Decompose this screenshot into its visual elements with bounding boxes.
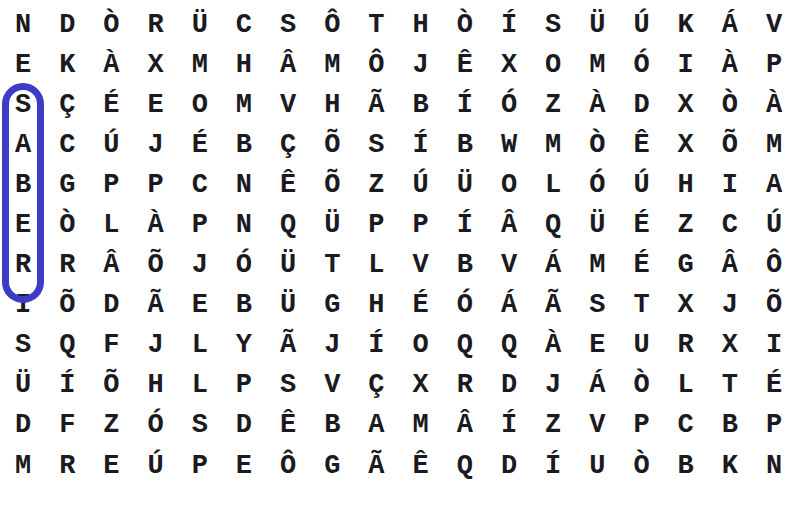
grid-cell[interactable]: V xyxy=(487,246,531,286)
grid-cell[interactable]: É xyxy=(619,246,663,286)
grid-cell[interactable]: Ò xyxy=(89,5,133,45)
grid-cell[interactable]: H xyxy=(664,165,708,205)
grid-cell[interactable]: R xyxy=(1,246,45,286)
grid-cell[interactable]: C xyxy=(178,165,222,205)
grid-cell[interactable]: E xyxy=(178,286,222,326)
grid-cell[interactable]: Ó xyxy=(487,85,531,125)
grid-cell[interactable]: Ú xyxy=(399,165,443,205)
grid-cell[interactable]: H xyxy=(134,366,178,406)
grid-cell[interactable]: E xyxy=(575,326,619,366)
grid-cell[interactable]: É xyxy=(89,85,133,125)
grid-cell[interactable]: Õ xyxy=(89,366,133,406)
word-search-board: NDÒRÜCSÔTHÒÍSÜÚKÁVEKÀXMHÂMÔJÊXOMÓIÀPSÇÉE… xyxy=(0,0,800,511)
grid-cell[interactable]: Á xyxy=(575,366,619,406)
grid-cell[interactable]: Q xyxy=(487,326,531,366)
grid-cell[interactable]: B xyxy=(222,125,266,165)
grid-cell[interactable]: J xyxy=(310,326,354,366)
grid-cell[interactable]: P xyxy=(134,165,178,205)
grid-cell[interactable]: O xyxy=(399,326,443,366)
grid-cell[interactable]: À xyxy=(708,45,752,85)
grid-cell[interactable]: É xyxy=(752,366,796,406)
grid-cell[interactable]: Ó xyxy=(134,406,178,446)
grid-cell[interactable]: Ô xyxy=(310,5,354,45)
grid-cell[interactable]: Ü xyxy=(1,366,45,406)
grid-cell[interactable]: A xyxy=(1,125,45,165)
grid-cell[interactable]: F xyxy=(89,326,133,366)
grid-cell[interactable]: I xyxy=(708,165,752,205)
grid-cell[interactable]: Ê xyxy=(443,45,487,85)
grid-cell[interactable]: É xyxy=(619,205,663,245)
grid-cell[interactable]: Ê xyxy=(266,406,310,446)
grid-cell[interactable]: V xyxy=(266,85,310,125)
grid-cell[interactable]: D xyxy=(487,446,531,486)
grid-cell[interactable]: L xyxy=(89,205,133,245)
grid-cell[interactable]: Ú xyxy=(89,125,133,165)
grid-cell[interactable]: D xyxy=(45,5,89,45)
grid-cell[interactable]: Í xyxy=(531,446,575,486)
grid-cell[interactable]: R xyxy=(443,366,487,406)
grid-cell[interactable]: Ê xyxy=(399,446,443,486)
grid-cell[interactable]: Í xyxy=(487,406,531,446)
grid-cell[interactable]: O xyxy=(531,45,575,85)
grid-cell[interactable]: Ü xyxy=(178,5,222,45)
grid-cell[interactable]: R xyxy=(134,5,178,45)
grid-cell[interactable]: V xyxy=(310,366,354,406)
grid-cell[interactable]: Ó xyxy=(222,246,266,286)
grid-cell[interactable]: Á xyxy=(531,246,575,286)
grid-cell[interactable]: Õ xyxy=(752,286,796,326)
grid-cell[interactable]: B xyxy=(443,246,487,286)
grid-cell[interactable]: U xyxy=(575,446,619,486)
grid-cell[interactable]: V xyxy=(752,5,796,45)
grid-cell[interactable]: Â xyxy=(708,246,752,286)
grid-cell[interactable]: Â xyxy=(266,45,310,85)
grid-cell[interactable]: À xyxy=(134,205,178,245)
grid-cell[interactable]: Â xyxy=(443,406,487,446)
grid-cell[interactable]: G xyxy=(310,446,354,486)
grid-cell[interactable]: Z xyxy=(531,85,575,125)
grid-cell[interactable]: T xyxy=(619,286,663,326)
grid-cell[interactable]: Ò xyxy=(45,205,89,245)
grid-cell[interactable]: M xyxy=(310,45,354,85)
grid-cell[interactable]: Ô xyxy=(266,446,310,486)
grid-cell[interactable]: S xyxy=(1,326,45,366)
grid-cell[interactable]: P xyxy=(619,406,663,446)
grid-cell[interactable]: Y xyxy=(222,326,266,366)
grid-cell[interactable]: C xyxy=(664,406,708,446)
grid-cell[interactable]: I xyxy=(664,45,708,85)
grid-cell[interactable]: L xyxy=(178,326,222,366)
grid-cell[interactable]: L xyxy=(178,366,222,406)
grid-cell[interactable]: B xyxy=(399,85,443,125)
grid-cell[interactable]: E xyxy=(222,446,266,486)
grid-cell[interactable]: Ú xyxy=(619,165,663,205)
grid-cell[interactable]: Q xyxy=(443,326,487,366)
grid-cell[interactable]: D xyxy=(619,85,663,125)
grid-cell[interactable]: É xyxy=(178,125,222,165)
grid-cell[interactable]: N xyxy=(752,446,796,486)
grid-cell[interactable]: V xyxy=(399,246,443,286)
grid-cell[interactable]: Z xyxy=(664,205,708,245)
grid-cell[interactable]: S xyxy=(266,366,310,406)
grid-cell[interactable]: H xyxy=(354,286,398,326)
grid-cell[interactable]: P xyxy=(399,205,443,245)
grid-cell[interactable]: P xyxy=(222,366,266,406)
grid-cell[interactable]: B xyxy=(708,406,752,446)
grid-cell[interactable]: Ã xyxy=(266,326,310,366)
grid-cell[interactable]: Õ xyxy=(45,286,89,326)
grid-cell[interactable]: Ò xyxy=(708,85,752,125)
grid-cell[interactable]: Ê xyxy=(619,125,663,165)
grid-cell[interactable]: Ü xyxy=(310,205,354,245)
letter-grid: NDÒRÜCSÔTHÒÍSÜÚKÁVEKÀXMHÂMÔJÊXOMÓIÀPSÇÉE… xyxy=(1,5,796,486)
grid-cell[interactable]: D xyxy=(487,366,531,406)
grid-cell[interactable]: D xyxy=(222,406,266,446)
grid-cell[interactable]: Ã xyxy=(354,85,398,125)
grid-cell[interactable]: N xyxy=(222,205,266,245)
grid-cell[interactable]: P xyxy=(354,205,398,245)
grid-cell[interactable]: J xyxy=(708,286,752,326)
grid-cell[interactable]: X xyxy=(487,45,531,85)
grid-cell[interactable]: M xyxy=(1,446,45,486)
grid-cell[interactable]: Q xyxy=(45,326,89,366)
grid-cell[interactable]: K xyxy=(664,5,708,45)
grid-cell[interactable]: Ò xyxy=(575,125,619,165)
grid-cell[interactable]: S xyxy=(178,406,222,446)
grid-cell[interactable]: F xyxy=(45,406,89,446)
grid-cell[interactable]: J xyxy=(178,246,222,286)
grid-cell[interactable]: Í xyxy=(443,85,487,125)
grid-cell[interactable]: E xyxy=(89,446,133,486)
grid-cell[interactable]: Ú xyxy=(134,446,178,486)
grid-cell[interactable]: R xyxy=(45,446,89,486)
grid-cell[interactable]: U xyxy=(619,326,663,366)
grid-cell[interactable]: P xyxy=(178,205,222,245)
grid-cell[interactable]: P xyxy=(178,446,222,486)
grid-cell[interactable]: Á xyxy=(487,286,531,326)
grid-cell[interactable]: O xyxy=(178,85,222,125)
grid-cell[interactable]: K xyxy=(708,446,752,486)
grid-cell[interactable]: Õ xyxy=(310,165,354,205)
grid-cell[interactable]: Z xyxy=(89,406,133,446)
grid-cell[interactable]: S xyxy=(575,286,619,326)
grid-cell[interactable]: X xyxy=(134,45,178,85)
grid-cell[interactable]: E xyxy=(1,45,45,85)
grid-cell[interactable]: À xyxy=(89,45,133,85)
grid-cell[interactable]: Ç xyxy=(354,366,398,406)
grid-cell[interactable]: X xyxy=(664,85,708,125)
grid-cell[interactable]: Ô xyxy=(752,246,796,286)
grid-cell[interactable]: Ã xyxy=(134,286,178,326)
grid-cell[interactable]: B xyxy=(664,446,708,486)
grid-cell[interactable]: Ó xyxy=(575,165,619,205)
grid-cell[interactable]: M xyxy=(575,45,619,85)
grid-cell[interactable]: Ú xyxy=(752,205,796,245)
grid-cell[interactable]: Ó xyxy=(619,45,663,85)
grid-cell[interactable]: A xyxy=(752,165,796,205)
grid-cell[interactable]: N xyxy=(222,165,266,205)
grid-cell[interactable]: M xyxy=(222,85,266,125)
grid-cell[interactable]: S xyxy=(531,5,575,45)
grid-cell[interactable]: C xyxy=(222,5,266,45)
grid-cell[interactable]: T xyxy=(708,366,752,406)
grid-cell[interactable]: S xyxy=(354,125,398,165)
grid-cell[interactable]: Ã xyxy=(531,286,575,326)
grid-cell[interactable]: B xyxy=(222,286,266,326)
grid-cell[interactable]: M xyxy=(575,246,619,286)
grid-cell[interactable]: I xyxy=(752,326,796,366)
grid-cell[interactable]: Z xyxy=(354,165,398,205)
grid-cell[interactable]: K xyxy=(45,45,89,85)
grid-cell[interactable]: L xyxy=(354,246,398,286)
grid-cell[interactable]: O xyxy=(487,165,531,205)
grid-cell[interactable]: Ç xyxy=(266,125,310,165)
grid-cell[interactable]: Í xyxy=(443,205,487,245)
grid-cell[interactable]: L xyxy=(531,165,575,205)
grid-cell[interactable]: Z xyxy=(531,406,575,446)
grid-cell[interactable]: É xyxy=(399,286,443,326)
grid-cell[interactable]: Q xyxy=(531,205,575,245)
grid-cell[interactable]: Ê xyxy=(266,165,310,205)
grid-cell[interactable]: À xyxy=(752,85,796,125)
grid-cell[interactable]: À xyxy=(575,85,619,125)
grid-cell[interactable]: D xyxy=(1,406,45,446)
grid-cell[interactable]: N xyxy=(1,5,45,45)
grid-cell[interactable]: L xyxy=(664,366,708,406)
grid-cell[interactable]: Ü xyxy=(443,165,487,205)
grid-cell[interactable]: J xyxy=(134,125,178,165)
grid-cell[interactable]: E xyxy=(1,205,45,245)
grid-cell[interactable]: S xyxy=(266,5,310,45)
grid-cell[interactable]: S xyxy=(1,85,45,125)
grid-cell[interactable]: X xyxy=(708,326,752,366)
grid-cell[interactable]: Ó xyxy=(443,286,487,326)
grid-cell[interactable]: Ü xyxy=(575,205,619,245)
grid-cell[interactable]: Õ xyxy=(310,125,354,165)
grid-cell[interactable]: P xyxy=(89,165,133,205)
grid-cell[interactable]: T xyxy=(310,246,354,286)
grid-cell[interactable]: Ô xyxy=(354,45,398,85)
grid-cell[interactable]: Ü xyxy=(266,246,310,286)
grid-cell[interactable]: V xyxy=(575,406,619,446)
grid-cell[interactable]: Õ xyxy=(708,125,752,165)
grid-cell[interactable]: M xyxy=(178,45,222,85)
grid-cell[interactable]: X xyxy=(664,125,708,165)
grid-cell[interactable]: B xyxy=(1,165,45,205)
grid-cell[interactable]: Õ xyxy=(134,246,178,286)
grid-cell[interactable]: W xyxy=(487,125,531,165)
grid-cell[interactable]: Í xyxy=(399,125,443,165)
grid-cell[interactable]: I xyxy=(1,286,45,326)
grid-cell[interactable]: H xyxy=(222,45,266,85)
grid-cell[interactable]: Ã xyxy=(354,446,398,486)
grid-cell[interactable]: T xyxy=(354,5,398,45)
grid-cell[interactable]: D xyxy=(89,286,133,326)
grid-cell[interactable]: Á xyxy=(708,5,752,45)
grid-cell[interactable]: Ç xyxy=(45,85,89,125)
grid-cell[interactable]: A xyxy=(354,406,398,446)
grid-cell[interactable]: C xyxy=(45,125,89,165)
grid-cell[interactable]: Ú xyxy=(619,5,663,45)
grid-cell[interactable]: Í xyxy=(45,366,89,406)
grid-cell[interactable]: C xyxy=(708,205,752,245)
grid-cell[interactable]: X xyxy=(399,366,443,406)
grid-cell[interactable]: M xyxy=(752,125,796,165)
grid-cell[interactable]: M xyxy=(531,125,575,165)
grid-cell[interactable]: À xyxy=(531,326,575,366)
grid-cell[interactable]: B xyxy=(443,125,487,165)
grid-cell[interactable]: M xyxy=(399,406,443,446)
grid-cell[interactable]: R xyxy=(45,246,89,286)
grid-cell[interactable]: J xyxy=(134,326,178,366)
grid-cell[interactable]: J xyxy=(399,45,443,85)
grid-cell[interactable]: Q xyxy=(443,446,487,486)
grid-cell[interactable]: Â xyxy=(487,205,531,245)
grid-cell[interactable]: Ü xyxy=(575,5,619,45)
grid-cell[interactable]: P xyxy=(752,406,796,446)
grid-cell[interactable]: H xyxy=(399,5,443,45)
grid-cell[interactable]: R xyxy=(664,326,708,366)
grid-cell[interactable]: X xyxy=(664,286,708,326)
grid-cell[interactable]: Ò xyxy=(619,446,663,486)
grid-cell[interactable]: Ü xyxy=(266,286,310,326)
grid-cell[interactable]: Â xyxy=(89,246,133,286)
grid-cell[interactable]: Ò xyxy=(443,5,487,45)
grid-cell[interactable]: B xyxy=(310,406,354,446)
grid-cell[interactable]: Í xyxy=(487,5,531,45)
grid-cell[interactable]: G xyxy=(310,286,354,326)
grid-cell[interactable]: J xyxy=(531,366,575,406)
grid-cell[interactable]: H xyxy=(310,85,354,125)
grid-cell[interactable]: G xyxy=(664,246,708,286)
grid-cell[interactable]: Í xyxy=(354,326,398,366)
grid-cell[interactable]: Ò xyxy=(619,366,663,406)
grid-cell[interactable]: G xyxy=(45,165,89,205)
grid-cell[interactable]: Q xyxy=(266,205,310,245)
grid-cell[interactable]: E xyxy=(134,85,178,125)
grid-cell[interactable]: P xyxy=(752,45,796,85)
